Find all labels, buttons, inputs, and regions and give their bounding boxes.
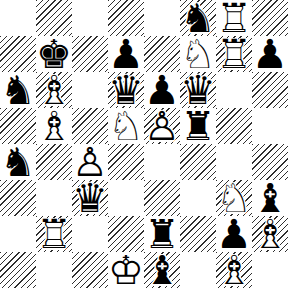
white-rook-icon: ♖ (36, 216, 72, 252)
square-a6[interactable]: ♞♞ (0, 72, 36, 108)
square-a1[interactable] (0, 252, 36, 288)
black-queen-icon: ♛ (72, 180, 108, 216)
square-a8[interactable] (0, 0, 36, 36)
white-bishop-icon: ♗ (252, 216, 288, 252)
white-bishop-icon: ♗ (216, 252, 252, 288)
square-h5[interactable] (252, 108, 288, 144)
black-knight-icon: ♞ (0, 144, 36, 180)
square-d1[interactable]: ♚♔ (108, 252, 144, 288)
square-b2[interactable]: ♜♖ (36, 216, 72, 252)
square-f1[interactable] (180, 252, 216, 288)
square-b5[interactable]: ♝♗ (36, 108, 72, 144)
piece-white-bishop: ♝♗ (216, 252, 252, 288)
square-a2[interactable] (0, 216, 36, 252)
piece-black-knight: ♞♞ (0, 144, 36, 180)
square-f5[interactable]: ♜♜ (180, 108, 216, 144)
piece-white-bishop: ♝♗ (252, 216, 288, 252)
piece-black-pawn: ♟♟ (252, 36, 288, 72)
square-c1[interactable] (72, 252, 108, 288)
square-f4[interactable] (180, 144, 216, 180)
square-h6[interactable] (252, 72, 288, 108)
piece-black-rook: ♜♜ (180, 108, 216, 144)
square-d3[interactable] (108, 180, 144, 216)
square-c8[interactable] (72, 0, 108, 36)
square-c2[interactable] (72, 216, 108, 252)
white-king-icon: ♔ (108, 252, 144, 288)
square-g5[interactable] (216, 108, 252, 144)
square-b4[interactable] (36, 144, 72, 180)
square-f3[interactable] (180, 180, 216, 216)
square-g1[interactable]: ♝♗ (216, 252, 252, 288)
square-e8[interactable] (144, 0, 180, 36)
piece-white-bishop: ♝♗ (36, 108, 72, 144)
piece-black-knight: ♞♞ (0, 72, 36, 108)
square-e1[interactable]: ♝♝ (144, 252, 180, 288)
piece-white-rook: ♜♖ (216, 36, 252, 72)
square-g6[interactable] (216, 72, 252, 108)
square-c6[interactable] (72, 72, 108, 108)
square-f2[interactable] (180, 216, 216, 252)
black-bishop-icon: ♝ (144, 252, 180, 288)
square-a3[interactable] (0, 180, 36, 216)
white-bishop-icon: ♗ (36, 108, 72, 144)
square-c7[interactable] (72, 36, 108, 72)
piece-white-pawn: ♟♙ (144, 108, 180, 144)
square-c3[interactable]: ♛♛ (72, 180, 108, 216)
black-rook-icon: ♜ (180, 108, 216, 144)
white-pawn-icon: ♙ (144, 108, 180, 144)
black-knight-icon: ♞ (0, 72, 36, 108)
square-h1[interactable] (252, 252, 288, 288)
square-e4[interactable] (144, 144, 180, 180)
chess-board: ♞♞♜♖♚♚♟♟♞♘♜♖♟♟♞♞♝♗♛♛♟♟♛♛♝♗♞♘♟♙♜♜♞♞♟♙♛♛♞♘… (0, 0, 288, 288)
square-h2[interactable]: ♝♗ (252, 216, 288, 252)
square-h7[interactable]: ♟♟ (252, 36, 288, 72)
white-knight-icon: ♘ (108, 108, 144, 144)
piece-black-bishop: ♝♝ (144, 252, 180, 288)
square-g7[interactable]: ♜♖ (216, 36, 252, 72)
square-b1[interactable] (36, 252, 72, 288)
piece-white-king: ♚♔ (108, 252, 144, 288)
piece-white-knight: ♞♘ (108, 108, 144, 144)
white-rook-icon: ♖ (216, 36, 252, 72)
piece-white-rook: ♜♖ (36, 216, 72, 252)
piece-black-queen: ♛♛ (72, 180, 108, 216)
black-pawn-icon: ♟ (252, 36, 288, 72)
square-e5[interactable]: ♟♙ (144, 108, 180, 144)
square-d4[interactable] (108, 144, 144, 180)
square-d5[interactable]: ♞♘ (108, 108, 144, 144)
square-a4[interactable]: ♞♞ (0, 144, 36, 180)
